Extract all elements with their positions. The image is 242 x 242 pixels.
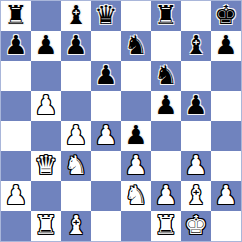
piece-white-pawn[interactable]: ♟: [4, 182, 27, 208]
square-c7[interactable]: ♟: [61, 31, 91, 61]
square-b6[interactable]: [31, 61, 61, 91]
piece-black-pawn[interactable]: ♟: [64, 32, 87, 58]
piece-black-pawn[interactable]: ♟: [184, 92, 207, 118]
square-b4[interactable]: [31, 121, 61, 151]
piece-white-pawn[interactable]: ♟: [34, 92, 57, 118]
piece-white-rook[interactable]: ♜: [154, 212, 177, 238]
square-g2[interactable]: ♝: [181, 181, 211, 211]
square-f5[interactable]: ♟: [151, 91, 181, 121]
piece-black-pawn[interactable]: ♟: [34, 32, 57, 58]
square-f1[interactable]: ♜: [151, 211, 181, 241]
square-g5[interactable]: ♟: [181, 91, 211, 121]
square-d5[interactable]: [91, 91, 121, 121]
square-d4[interactable]: ♟: [91, 121, 121, 151]
square-g4[interactable]: [181, 121, 211, 151]
square-c2[interactable]: [61, 181, 91, 211]
square-h3[interactable]: [211, 151, 241, 181]
square-e7[interactable]: ♞: [121, 31, 151, 61]
square-b5[interactable]: ♟: [31, 91, 61, 121]
piece-black-knight[interactable]: ♞: [124, 32, 147, 58]
piece-black-king[interactable]: ♚: [214, 2, 237, 28]
square-e2[interactable]: ♞: [121, 181, 151, 211]
square-c1[interactable]: ♝: [61, 211, 91, 241]
square-d8[interactable]: ♛: [91, 1, 121, 31]
square-a5[interactable]: [1, 91, 31, 121]
square-f8[interactable]: ♜: [151, 1, 181, 31]
square-b1[interactable]: ♜: [31, 211, 61, 241]
piece-white-pawn[interactable]: ♟: [94, 122, 117, 148]
piece-white-pawn[interactable]: ♟: [154, 182, 177, 208]
square-g6[interactable]: [181, 61, 211, 91]
square-d3[interactable]: [91, 151, 121, 181]
piece-white-knight[interactable]: ♞: [124, 182, 147, 208]
square-b7[interactable]: ♟: [31, 31, 61, 61]
square-f3[interactable]: [151, 151, 181, 181]
square-b2[interactable]: [31, 181, 61, 211]
square-d1[interactable]: [91, 211, 121, 241]
square-a7[interactable]: ♟: [1, 31, 31, 61]
square-g7[interactable]: ♝: [181, 31, 211, 61]
piece-white-knight[interactable]: ♞: [64, 152, 87, 178]
piece-white-pawn[interactable]: ♟: [214, 182, 237, 208]
square-h6[interactable]: [211, 61, 241, 91]
piece-white-rook[interactable]: ♜: [34, 212, 57, 238]
piece-white-pawn[interactable]: ♟: [124, 152, 147, 178]
square-d7[interactable]: [91, 31, 121, 61]
square-f4[interactable]: [151, 121, 181, 151]
square-h2[interactable]: ♟: [211, 181, 241, 211]
piece-black-pawn[interactable]: ♟: [214, 32, 237, 58]
square-c3[interactable]: ♞: [61, 151, 91, 181]
square-e1[interactable]: [121, 211, 151, 241]
piece-black-pawn[interactable]: ♟: [154, 92, 177, 118]
square-a6[interactable]: [1, 61, 31, 91]
square-b3[interactable]: ♛: [31, 151, 61, 181]
square-h1[interactable]: [211, 211, 241, 241]
square-c5[interactable]: [61, 91, 91, 121]
square-d6[interactable]: ♟: [91, 61, 121, 91]
square-b8[interactable]: [31, 1, 61, 31]
square-h5[interactable]: [211, 91, 241, 121]
piece-black-rook[interactable]: ♜: [4, 2, 27, 28]
piece-white-pawn[interactable]: ♟: [64, 122, 87, 148]
square-g8[interactable]: [181, 1, 211, 31]
square-e6[interactable]: [121, 61, 151, 91]
square-g3[interactable]: ♟: [181, 151, 211, 181]
square-g1[interactable]: ♚: [181, 211, 211, 241]
piece-black-bishop[interactable]: ♝: [184, 32, 207, 58]
square-h7[interactable]: ♟: [211, 31, 241, 61]
piece-black-pawn[interactable]: ♟: [124, 122, 147, 148]
square-c4[interactable]: ♟: [61, 121, 91, 151]
square-h4[interactable]: [211, 121, 241, 151]
square-f2[interactable]: ♟: [151, 181, 181, 211]
piece-black-queen[interactable]: ♛: [94, 2, 117, 28]
piece-white-pawn[interactable]: ♟: [184, 152, 207, 178]
square-d2[interactable]: [91, 181, 121, 211]
piece-black-bishop[interactable]: ♝: [64, 2, 87, 28]
piece-white-bishop[interactable]: ♝: [64, 212, 87, 238]
piece-white-king[interactable]: ♚: [184, 212, 207, 238]
square-a1[interactable]: [1, 211, 31, 241]
square-f6[interactable]: ♞: [151, 61, 181, 91]
square-e5[interactable]: [121, 91, 151, 121]
square-a2[interactable]: ♟: [1, 181, 31, 211]
piece-white-queen[interactable]: ♛: [34, 152, 57, 178]
square-f7[interactable]: [151, 31, 181, 61]
square-e4[interactable]: ♟: [121, 121, 151, 151]
square-a3[interactable]: [1, 151, 31, 181]
piece-black-rook[interactable]: ♜: [154, 2, 177, 28]
piece-white-bishop[interactable]: ♝: [184, 182, 207, 208]
square-c8[interactable]: ♝: [61, 1, 91, 31]
square-e8[interactable]: [121, 1, 151, 31]
square-h8[interactable]: ♚: [211, 1, 241, 31]
square-a4[interactable]: [1, 121, 31, 151]
square-a8[interactable]: ♜: [1, 1, 31, 31]
piece-black-knight[interactable]: ♞: [154, 62, 177, 88]
piece-black-pawn[interactable]: ♟: [94, 62, 117, 88]
piece-black-pawn[interactable]: ♟: [4, 32, 27, 58]
square-c6[interactable]: [61, 61, 91, 91]
square-e3[interactable]: ♟: [121, 151, 151, 181]
chess-board: ♜♝♛♜♚♟♟♟♞♝♟♟♞♟♟♟♟♟♟♛♞♟♟♟♞♟♝♟♜♝♜♚: [0, 0, 242, 242]
